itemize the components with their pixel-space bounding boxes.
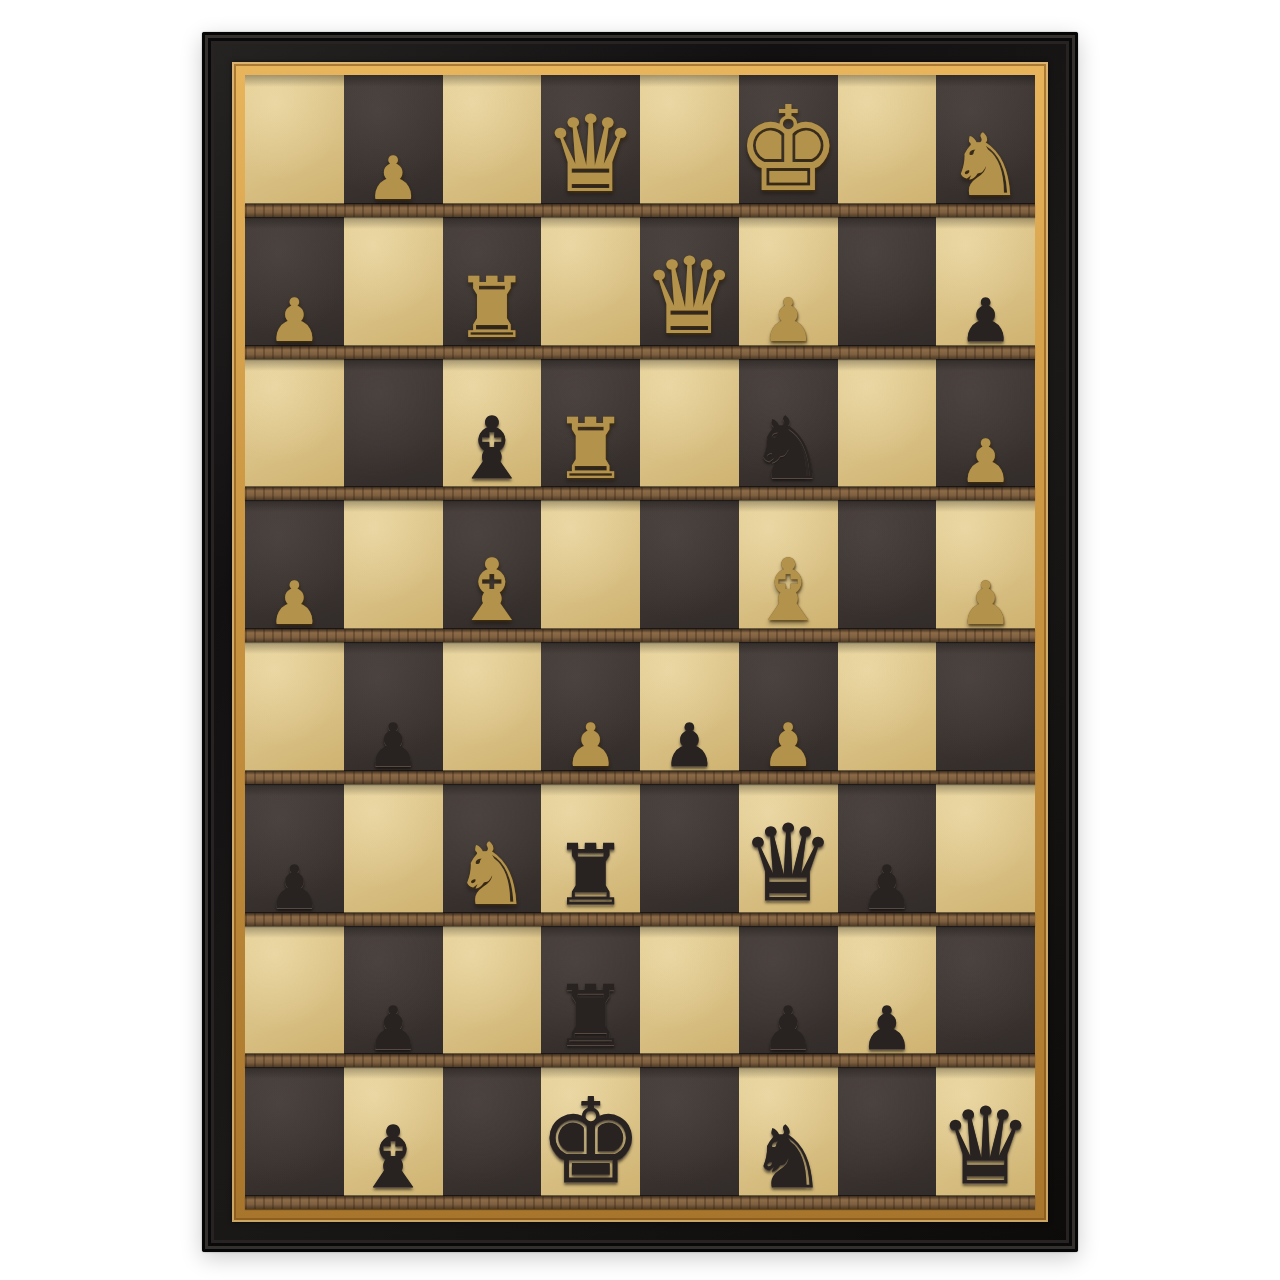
piece-black-bishop-c6[interactable]: ♝: [453, 405, 530, 491]
square-c8[interactable]: [443, 75, 542, 217]
piece-gold-pawn-f7[interactable]: ♟: [761, 290, 815, 350]
square-h6[interactable]: ♟: [936, 359, 1035, 501]
square-d5[interactable]: [541, 500, 640, 642]
piece-gold-pawn-b8[interactable]: ♟: [366, 148, 420, 208]
piece-gold-knight-c3[interactable]: ♞: [453, 831, 530, 917]
square-g2[interactable]: ♟: [838, 926, 937, 1068]
piece-black-knight-f6[interactable]: ♞: [750, 405, 827, 491]
piece-black-bishop-b1[interactable]: ♝: [355, 1114, 432, 1200]
piece-gold-knight-h8[interactable]: ♞: [947, 122, 1024, 208]
square-d8[interactable]: ♛: [541, 75, 640, 217]
piece-black-pawn-e4[interactable]: ♟: [662, 715, 716, 775]
piece-gold-king-f8[interactable]: ♚: [735, 90, 841, 208]
piece-gold-pawn-d4[interactable]: ♟: [564, 715, 618, 775]
board-rank-8: ♟♛♚♞: [245, 75, 1035, 217]
square-a1[interactable]: [245, 1067, 344, 1209]
piece-gold-rook-c7[interactable]: ♜: [454, 266, 529, 350]
piece-black-queen-f3[interactable]: ♛: [741, 811, 836, 917]
square-a8[interactable]: [245, 75, 344, 217]
square-a4[interactable]: [245, 642, 344, 784]
square-c3[interactable]: ♞: [443, 784, 542, 926]
piece-black-king-d1[interactable]: ♚: [538, 1082, 644, 1200]
piece-gold-bishop-f5[interactable]: ♝: [750, 547, 827, 633]
piece-black-pawn-g2[interactable]: ♟: [860, 998, 914, 1058]
piece-black-pawn-b4[interactable]: ♟: [366, 715, 420, 775]
square-f3[interactable]: ♛: [739, 784, 838, 926]
square-g7[interactable]: [838, 217, 937, 359]
piece-black-pawn-g3[interactable]: ♟: [860, 857, 914, 917]
piece-black-pawn-a3[interactable]: ♟: [267, 857, 321, 917]
piece-black-knight-f1[interactable]: ♞: [750, 1114, 827, 1200]
piece-black-rook-d2[interactable]: ♜: [553, 974, 628, 1058]
square-f8[interactable]: ♚: [739, 75, 838, 217]
square-d3[interactable]: ♜: [541, 784, 640, 926]
square-h3[interactable]: [936, 784, 1035, 926]
square-e7[interactable]: ♛: [640, 217, 739, 359]
piece-black-pawn-h7[interactable]: ♟: [959, 290, 1013, 350]
square-b5[interactable]: [344, 500, 443, 642]
square-a6[interactable]: [245, 359, 344, 501]
square-a7[interactable]: ♟: [245, 217, 344, 359]
square-g8[interactable]: [838, 75, 937, 217]
product-photo-background: ♟♛♚♞♟♜♛♟♟♝♜♞♟♟♝♝♟♟♟♟♟♟♞♜♛♟♟♜♟♟♝♚♞♛: [0, 0, 1280, 1280]
square-c5[interactable]: ♝: [443, 500, 542, 642]
piece-gold-pawn-f4[interactable]: ♟: [761, 715, 815, 775]
square-e4[interactable]: ♟: [640, 642, 739, 784]
wall-frame: ♟♛♚♞♟♜♛♟♟♝♜♞♟♟♝♝♟♟♟♟♟♟♞♜♛♟♟♜♟♟♝♚♞♛: [202, 32, 1078, 1252]
square-e5[interactable]: [640, 500, 739, 642]
piece-gold-pawn-a7[interactable]: ♟: [267, 290, 321, 350]
square-a2[interactable]: [245, 926, 344, 1068]
square-f4[interactable]: ♟: [739, 642, 838, 784]
square-e6[interactable]: [640, 359, 739, 501]
board-rank-6: ♝♜♞♟: [245, 359, 1035, 501]
square-c4[interactable]: [443, 642, 542, 784]
square-g4[interactable]: [838, 642, 937, 784]
square-f6[interactable]: ♞: [739, 359, 838, 501]
square-g5[interactable]: [838, 500, 937, 642]
square-d2[interactable]: ♜: [541, 926, 640, 1068]
square-d7[interactable]: [541, 217, 640, 359]
piece-black-rook-d3[interactable]: ♜: [553, 833, 628, 917]
square-d4[interactable]: ♟: [541, 642, 640, 784]
square-d6[interactable]: ♜: [541, 359, 640, 501]
square-e8[interactable]: [640, 75, 739, 217]
board-rank-4: ♟♟♟♟: [245, 642, 1035, 784]
square-b7[interactable]: [344, 217, 443, 359]
square-h2[interactable]: [936, 926, 1035, 1068]
square-b1[interactable]: ♝: [344, 1067, 443, 1209]
board-rank-3: ♟♞♜♛♟: [245, 784, 1035, 926]
square-g3[interactable]: ♟: [838, 784, 937, 926]
square-d1[interactable]: ♚: [541, 1067, 640, 1209]
square-h5[interactable]: ♟: [936, 500, 1035, 642]
square-h8[interactable]: ♞: [936, 75, 1035, 217]
board-rank-7: ♟♜♛♟♟: [245, 217, 1035, 359]
square-a5[interactable]: ♟: [245, 500, 344, 642]
piece-gold-bishop-c5[interactable]: ♝: [453, 547, 530, 633]
square-f2[interactable]: ♟: [739, 926, 838, 1068]
square-f5[interactable]: ♝: [739, 500, 838, 642]
square-b6[interactable]: [344, 359, 443, 501]
square-b2[interactable]: ♟: [344, 926, 443, 1068]
piece-gold-pawn-h5[interactable]: ♟: [959, 573, 1013, 633]
square-f1[interactable]: ♞: [739, 1067, 838, 1209]
square-b8[interactable]: ♟: [344, 75, 443, 217]
square-h7[interactable]: ♟: [936, 217, 1035, 359]
square-h1[interactable]: ♛: [936, 1067, 1035, 1209]
square-g1[interactable]: [838, 1067, 937, 1209]
piece-gold-queen-e7[interactable]: ♛: [642, 244, 737, 350]
piece-gold-queen-d8[interactable]: ♛: [543, 102, 638, 208]
piece-black-queen-h1[interactable]: ♛: [938, 1094, 1033, 1200]
piece-gold-pawn-h6[interactable]: ♟: [959, 431, 1013, 491]
board-rank-5: ♟♝♝♟: [245, 500, 1035, 642]
square-c1[interactable]: [443, 1067, 542, 1209]
square-f7[interactable]: ♟: [739, 217, 838, 359]
piece-gold-pawn-a5[interactable]: ♟: [267, 573, 321, 633]
square-b4[interactable]: ♟: [344, 642, 443, 784]
chess-board: ♟♛♚♞♟♜♛♟♟♝♜♞♟♟♝♝♟♟♟♟♟♟♞♜♛♟♟♜♟♟♝♚♞♛: [245, 75, 1035, 1209]
square-c6[interactable]: ♝: [443, 359, 542, 501]
board-rank-2: ♟♜♟♟: [245, 926, 1035, 1068]
piece-gold-rook-d6[interactable]: ♜: [553, 407, 628, 491]
square-c2[interactable]: [443, 926, 542, 1068]
square-b3[interactable]: [344, 784, 443, 926]
board-rank-1: ♝♚♞♛: [245, 1067, 1035, 1209]
square-e1[interactable]: [640, 1067, 739, 1209]
square-e2[interactable]: [640, 926, 739, 1068]
piece-black-pawn-f2[interactable]: ♟: [761, 998, 815, 1058]
square-c7[interactable]: ♜: [443, 217, 542, 359]
square-g6[interactable]: [838, 359, 937, 501]
square-a3[interactable]: ♟: [245, 784, 344, 926]
piece-black-pawn-b2[interactable]: ♟: [366, 998, 420, 1058]
square-h4[interactable]: [936, 642, 1035, 784]
square-e3[interactable]: [640, 784, 739, 926]
